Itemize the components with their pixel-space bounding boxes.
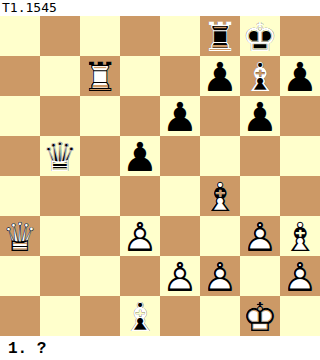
square-h2[interactable]: ♟♙	[280, 256, 320, 296]
square-a5[interactable]	[0, 136, 40, 176]
square-b1[interactable]	[40, 296, 80, 336]
square-d3[interactable]: ♟♙	[120, 216, 160, 256]
square-b6[interactable]	[40, 96, 80, 136]
square-e4[interactable]	[160, 176, 200, 216]
white-bishop: ♝	[200, 176, 240, 216]
white-pawn-detail: ♙	[200, 256, 240, 296]
square-a8[interactable]	[0, 16, 40, 56]
square-g2[interactable]	[240, 256, 280, 296]
white-pawn-detail: ♙	[280, 256, 320, 296]
square-b3[interactable]	[40, 216, 80, 256]
black-king-detail: ♔	[240, 16, 280, 56]
white-pawn: ♟	[160, 256, 200, 296]
white-pawn: ♟	[280, 256, 320, 296]
chess-puzzle-app: T1.1545 ♜♖♚♔♜♖♟♝♗♟♟♟♛♕♟♝♗♛♕♟♙♟♙♝♗♟♙♟♙♟♙♝…	[0, 0, 320, 360]
white-bishop: ♝	[280, 216, 320, 256]
square-c6[interactable]	[80, 96, 120, 136]
square-e1[interactable]	[160, 296, 200, 336]
white-king: ♚	[240, 296, 280, 336]
square-c1[interactable]	[80, 296, 120, 336]
square-a7[interactable]	[0, 56, 40, 96]
square-g1[interactable]: ♚♔	[240, 296, 280, 336]
square-g8[interactable]: ♚♔	[240, 16, 280, 56]
black-bishop: ♝	[240, 56, 280, 96]
white-queen: ♛	[0, 216, 40, 256]
move-prompt: 1. ?	[0, 336, 320, 360]
square-h5[interactable]	[280, 136, 320, 176]
square-d5[interactable]: ♟	[120, 136, 160, 176]
black-queen: ♛	[40, 136, 80, 176]
square-e8[interactable]	[160, 16, 200, 56]
square-c2[interactable]	[80, 256, 120, 296]
square-h6[interactable]	[280, 96, 320, 136]
square-b7[interactable]	[40, 56, 80, 96]
square-a1[interactable]	[0, 296, 40, 336]
black-rook: ♜	[200, 16, 240, 56]
square-b4[interactable]	[40, 176, 80, 216]
square-e3[interactable]	[160, 216, 200, 256]
square-e5[interactable]	[160, 136, 200, 176]
square-h8[interactable]	[280, 16, 320, 56]
white-king-detail: ♔	[240, 296, 280, 336]
square-a2[interactable]	[0, 256, 40, 296]
white-pawn: ♟	[240, 216, 280, 256]
square-c4[interactable]	[80, 176, 120, 216]
square-f1[interactable]	[200, 296, 240, 336]
square-b5[interactable]: ♛♕	[40, 136, 80, 176]
square-h1[interactable]	[280, 296, 320, 336]
square-c8[interactable]	[80, 16, 120, 56]
square-g4[interactable]	[240, 176, 280, 216]
square-g3[interactable]: ♟♙	[240, 216, 280, 256]
black-queen-detail: ♕	[40, 136, 80, 176]
black-king: ♚	[240, 16, 280, 56]
puzzle-id: T1.1545	[0, 0, 320, 16]
chess-board: ♜♖♚♔♜♖♟♝♗♟♟♟♛♕♟♝♗♛♕♟♙♟♙♝♗♟♙♟♙♟♙♝♗♚♔	[0, 16, 320, 336]
square-c7[interactable]: ♜♖	[80, 56, 120, 96]
square-f3[interactable]	[200, 216, 240, 256]
square-g6[interactable]: ♟	[240, 96, 280, 136]
black-pawn: ♟	[160, 96, 200, 136]
square-a4[interactable]	[0, 176, 40, 216]
square-e2[interactable]: ♟♙	[160, 256, 200, 296]
square-f2[interactable]: ♟♙	[200, 256, 240, 296]
square-c3[interactable]	[80, 216, 120, 256]
white-rook-detail: ♖	[80, 56, 120, 96]
white-pawn-detail: ♙	[240, 216, 280, 256]
square-h4[interactable]	[280, 176, 320, 216]
square-f5[interactable]	[200, 136, 240, 176]
square-a6[interactable]	[0, 96, 40, 136]
square-e6[interactable]: ♟	[160, 96, 200, 136]
square-d8[interactable]	[120, 16, 160, 56]
square-d1[interactable]: ♝♗	[120, 296, 160, 336]
black-pawn: ♟	[280, 56, 320, 96]
white-queen-detail: ♕	[0, 216, 40, 256]
square-g5[interactable]	[240, 136, 280, 176]
white-bishop-detail: ♗	[280, 216, 320, 256]
black-pawn: ♟	[120, 136, 160, 176]
square-d7[interactable]	[120, 56, 160, 96]
white-bishop-detail: ♗	[200, 176, 240, 216]
white-rook: ♜	[80, 56, 120, 96]
white-pawn-detail: ♙	[120, 216, 160, 256]
black-bishop-detail: ♗	[240, 56, 280, 96]
black-pawn: ♟	[240, 96, 280, 136]
black-pawn: ♟	[200, 56, 240, 96]
square-d4[interactable]	[120, 176, 160, 216]
square-d2[interactable]	[120, 256, 160, 296]
black-bishop-detail: ♗	[120, 296, 160, 336]
square-h3[interactable]: ♝♗	[280, 216, 320, 256]
black-bishop: ♝	[120, 296, 160, 336]
square-g7[interactable]: ♝♗	[240, 56, 280, 96]
square-d6[interactable]	[120, 96, 160, 136]
white-pawn: ♟	[120, 216, 160, 256]
square-e7[interactable]	[160, 56, 200, 96]
black-rook-detail: ♖	[200, 16, 240, 56]
square-b8[interactable]	[40, 16, 80, 56]
square-f4[interactable]: ♝♗	[200, 176, 240, 216]
square-a3[interactable]: ♛♕	[0, 216, 40, 256]
square-f6[interactable]	[200, 96, 240, 136]
square-f7[interactable]: ♟	[200, 56, 240, 96]
square-b2[interactable]	[40, 256, 80, 296]
square-c5[interactable]	[80, 136, 120, 176]
square-h7[interactable]: ♟	[280, 56, 320, 96]
white-pawn: ♟	[200, 256, 240, 296]
white-pawn-detail: ♙	[160, 256, 200, 296]
square-f8[interactable]: ♜♖	[200, 16, 240, 56]
